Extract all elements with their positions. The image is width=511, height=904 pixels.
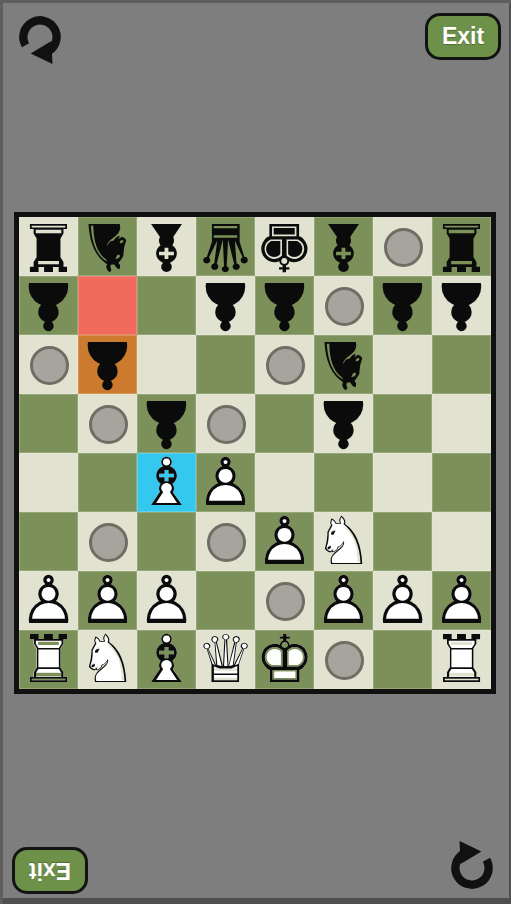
square-d3[interactable]	[196, 512, 255, 571]
move-hint-dot	[266, 346, 305, 385]
square-b3[interactable]	[78, 512, 137, 571]
square-f1[interactable]	[314, 630, 373, 689]
square-f6[interactable]: ♞	[314, 335, 373, 394]
square-a4[interactable]	[19, 453, 78, 512]
piece-white-rook: ♜♖	[432, 630, 491, 689]
move-hint-dot	[89, 405, 128, 444]
piece-white-knight: ♞♘	[314, 512, 373, 571]
move-hint-dot	[384, 228, 423, 267]
square-e2[interactable]	[255, 571, 314, 630]
square-h2[interactable]: ♟♙	[432, 571, 491, 630]
square-h8[interactable]: ♜	[432, 217, 491, 276]
piece-black-queen: ♛	[196, 217, 255, 276]
square-a2[interactable]: ♟♙	[19, 571, 78, 630]
piece-white-pawn: ♟♙	[137, 571, 196, 630]
piece-black-pawn: ♟	[255, 276, 314, 335]
square-e7[interactable]: ♟	[255, 276, 314, 335]
square-f2[interactable]: ♟♙	[314, 571, 373, 630]
piece-white-bishop: ♝♗	[137, 453, 196, 512]
square-c3[interactable]	[137, 512, 196, 571]
square-d8[interactable]: ♛	[196, 217, 255, 276]
square-e6[interactable]	[255, 335, 314, 394]
piece-white-bishop: ♝♗	[137, 630, 196, 689]
piece-white-pawn: ♟♙	[19, 571, 78, 630]
piece-white-pawn: ♟♙	[78, 571, 137, 630]
piece-black-rook: ♜	[19, 217, 78, 276]
square-c4[interactable]: ♝♗	[137, 453, 196, 512]
square-e8[interactable]: ♚	[255, 217, 314, 276]
piece-white-pawn: ♟♙	[196, 453, 255, 512]
square-g5[interactable]	[373, 394, 432, 453]
app-screen: Exit ♜♞♝♛♚♝♜♟♟♟♟♟♟♞♟♟♝♗♟♙♟♙♞♘♟♙♟♙♟♙♟♙♟♙♟…	[0, 0, 511, 904]
piece-black-rook: ♜	[432, 217, 491, 276]
square-e4[interactable]	[255, 453, 314, 512]
square-d1[interactable]: ♛♕	[196, 630, 255, 689]
square-c8[interactable]: ♝	[137, 217, 196, 276]
square-h7[interactable]: ♟	[432, 276, 491, 335]
move-hint-dot	[207, 405, 246, 444]
square-c7[interactable]	[137, 276, 196, 335]
square-c1[interactable]: ♝♗	[137, 630, 196, 689]
move-hint-dot	[325, 641, 364, 680]
square-e3[interactable]: ♟♙	[255, 512, 314, 571]
move-hint-dot	[89, 523, 128, 562]
square-d5[interactable]	[196, 394, 255, 453]
square-g3[interactable]	[373, 512, 432, 571]
piece-black-knight: ♞	[78, 217, 137, 276]
piece-black-pawn: ♟	[19, 276, 78, 335]
piece-black-pawn: ♟	[432, 276, 491, 335]
square-e1[interactable]: ♚♔	[255, 630, 314, 689]
square-b8[interactable]: ♞	[78, 217, 137, 276]
square-g2[interactable]: ♟♙	[373, 571, 432, 630]
square-f3[interactable]: ♞♘	[314, 512, 373, 571]
square-d4[interactable]: ♟♙	[196, 453, 255, 512]
square-b5[interactable]	[78, 394, 137, 453]
square-a6[interactable]	[19, 335, 78, 394]
square-g7[interactable]: ♟	[373, 276, 432, 335]
exit-button-top[interactable]: Exit	[425, 13, 501, 60]
square-a8[interactable]: ♜	[19, 217, 78, 276]
piece-white-king: ♚♔	[255, 630, 314, 689]
piece-white-queen: ♛♕	[196, 630, 255, 689]
piece-black-pawn: ♟	[78, 335, 137, 394]
piece-black-pawn: ♟	[314, 394, 373, 453]
piece-black-pawn: ♟	[196, 276, 255, 335]
piece-black-bishop: ♝	[137, 217, 196, 276]
square-b4[interactable]	[78, 453, 137, 512]
piece-black-knight: ♞	[314, 335, 373, 394]
rotate-arrow-icon-bottom[interactable]	[446, 840, 498, 892]
square-h1[interactable]: ♜♖	[432, 630, 491, 689]
square-c6[interactable]	[137, 335, 196, 394]
exit-button-bottom[interactable]: Exit	[12, 847, 88, 894]
piece-black-pawn: ♟	[373, 276, 432, 335]
square-h5[interactable]	[432, 394, 491, 453]
square-b1[interactable]: ♞♘	[78, 630, 137, 689]
move-hint-dot	[325, 287, 364, 326]
piece-black-king: ♚	[255, 217, 314, 276]
piece-black-bishop: ♝	[314, 217, 373, 276]
square-h6[interactable]	[432, 335, 491, 394]
rotate-arrow-icon-top[interactable]	[14, 13, 66, 65]
square-d7[interactable]: ♟	[196, 276, 255, 335]
piece-black-pawn: ♟	[137, 394, 196, 453]
square-h3[interactable]	[432, 512, 491, 571]
square-a7[interactable]: ♟	[19, 276, 78, 335]
piece-white-pawn: ♟♙	[432, 571, 491, 630]
square-f8[interactable]: ♝	[314, 217, 373, 276]
move-hint-dot	[30, 346, 69, 385]
move-hint-dot	[266, 582, 305, 621]
square-a5[interactable]	[19, 394, 78, 453]
square-b6[interactable]: ♟	[78, 335, 137, 394]
square-g8[interactable]	[373, 217, 432, 276]
square-g6[interactable]	[373, 335, 432, 394]
square-a3[interactable]	[19, 512, 78, 571]
piece-white-pawn: ♟♙	[314, 571, 373, 630]
piece-white-pawn: ♟♙	[255, 512, 314, 571]
square-f5[interactable]: ♟	[314, 394, 373, 453]
square-e5[interactable]	[255, 394, 314, 453]
square-d2[interactable]	[196, 571, 255, 630]
square-h4[interactable]	[432, 453, 491, 512]
square-f4[interactable]	[314, 453, 373, 512]
square-c5[interactable]: ♟	[137, 394, 196, 453]
square-c2[interactable]: ♟♙	[137, 571, 196, 630]
square-f7[interactable]	[314, 276, 373, 335]
square-g4[interactable]	[373, 453, 432, 512]
move-hint-dot	[207, 523, 246, 562]
piece-white-knight: ♞♘	[78, 630, 137, 689]
piece-white-pawn: ♟♙	[373, 571, 432, 630]
square-a1[interactable]: ♜♖	[19, 630, 78, 689]
square-d6[interactable]	[196, 335, 255, 394]
piece-white-rook: ♜♖	[19, 630, 78, 689]
square-b2[interactable]: ♟♙	[78, 571, 137, 630]
chess-board: ♜♞♝♛♚♝♜♟♟♟♟♟♟♞♟♟♝♗♟♙♟♙♞♘♟♙♟♙♟♙♟♙♟♙♟♙♜♖♞♘…	[14, 212, 496, 694]
square-g1[interactable]	[373, 630, 432, 689]
square-b7[interactable]	[78, 276, 137, 335]
